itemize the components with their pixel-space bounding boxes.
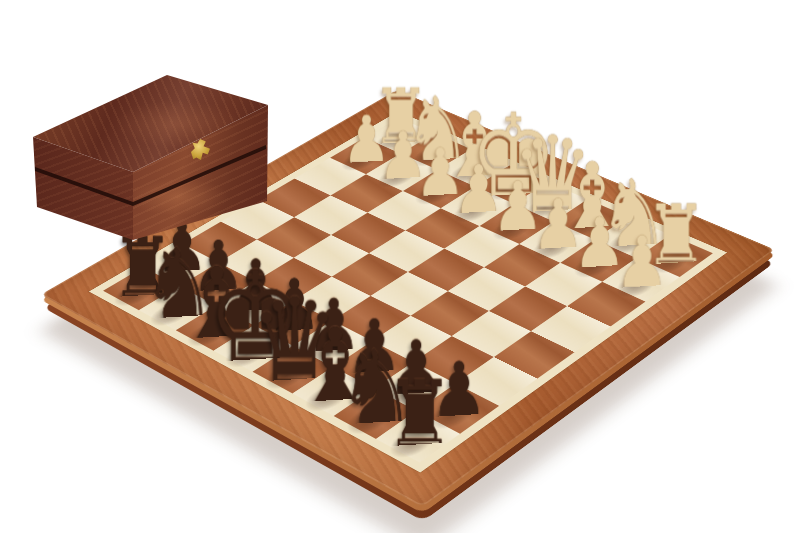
wooden-storage-box [28,62,274,254]
